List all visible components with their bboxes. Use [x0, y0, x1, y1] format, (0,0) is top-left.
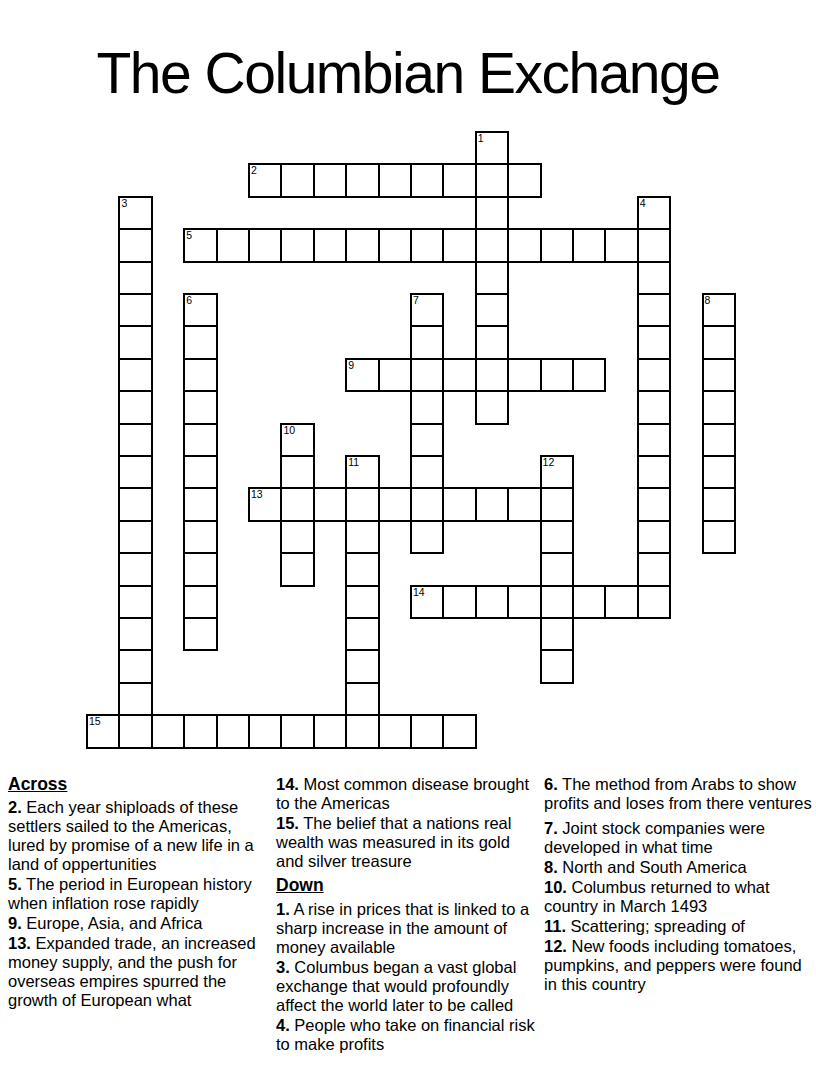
cell-number-2: 2	[251, 165, 257, 176]
grid-cell-r7c9[interactable]	[378, 358, 412, 392]
clue-number: 5.	[8, 875, 22, 893]
grid-cell-r11c10[interactable]	[410, 487, 444, 521]
grid-cell-r18c4[interactable]	[216, 714, 250, 748]
grid-cell-r1c13[interactable]	[507, 163, 541, 197]
grid-cell-r18c3[interactable]	[183, 714, 217, 748]
grid-cell-r10c17[interactable]	[637, 455, 671, 489]
grid-cell-r18c10[interactable]	[410, 714, 444, 748]
clue-number: 6.	[544, 775, 558, 793]
grid-cell-r14c10[interactable]: 14	[410, 585, 444, 619]
clue-text: New foods including tomatoes, pumpkins, …	[544, 937, 802, 993]
clue-text: Joint stock companies were developed in …	[544, 819, 765, 856]
grid-cell-r18c2[interactable]	[151, 714, 185, 748]
grid-cell-r3c9[interactable]	[378, 228, 412, 262]
clue-number: 7.	[544, 819, 558, 837]
grid-cell-r5c12[interactable]	[475, 293, 509, 327]
grid-cell-r13c3[interactable]	[183, 552, 217, 586]
clue-across-9: 9. Europe, Asia, and Africa	[8, 914, 268, 933]
clue-down-8: 8. North and South America	[544, 858, 812, 877]
grid-cell-r18c5[interactable]	[248, 714, 282, 748]
cell-number-7: 7	[413, 295, 419, 306]
grid-cell-r3c6[interactable]	[280, 228, 314, 262]
grid-cell-r10c14[interactable]: 12	[540, 455, 574, 489]
cell-number-14: 14	[413, 587, 425, 598]
grid-cell-r5c19[interactable]: 8	[702, 293, 736, 327]
grid-cell-r17c1[interactable]	[118, 682, 152, 716]
grid-cell-r15c1[interactable]	[118, 617, 152, 651]
grid-cell-r1c9[interactable]	[378, 163, 412, 197]
grid-cell-r7c11[interactable]	[442, 358, 476, 392]
grid-cell-r14c13[interactable]	[507, 585, 541, 619]
grid-cell-r17c8[interactable]	[345, 682, 379, 716]
cell-number-4: 4	[640, 198, 646, 209]
clues-column-middle: 14. Most common disease brought to the A…	[276, 775, 536, 1055]
grid-cell-r12c19[interactable]	[702, 520, 736, 554]
clue-down-7: 7. Joint stock companies were developed …	[544, 819, 812, 857]
grid-cell-r2c17[interactable]: 4	[637, 196, 671, 230]
grid-cell-r12c1[interactable]	[118, 520, 152, 554]
grid-cell-r3c17[interactable]	[637, 228, 671, 262]
grid-cell-r15c8[interactable]	[345, 617, 379, 651]
grid-cell-r14c11[interactable]	[442, 585, 476, 619]
clue-number: 14.	[276, 775, 299, 793]
grid-cell-r9c3[interactable]	[183, 423, 217, 457]
clue-text: The period in European history when infl…	[8, 875, 252, 912]
grid-cell-r18c7[interactable]	[313, 714, 347, 748]
cell-number-1: 1	[478, 133, 484, 144]
clue-down-12: 12. New foods including tomatoes, pumpki…	[544, 937, 812, 994]
grid-cell-r6c12[interactable]	[475, 325, 509, 359]
clue-number: 11.	[544, 917, 566, 935]
grid-cell-r9c6[interactable]: 10	[280, 423, 314, 457]
clues-column-right: 6. The method from Arabs to show profits…	[544, 775, 812, 995]
grid-cell-r12c8[interactable]	[345, 520, 379, 554]
grid-cell-r8c12[interactable]	[475, 390, 509, 424]
grid-cell-r11c19[interactable]	[702, 487, 736, 521]
clue-number: 1.	[276, 900, 290, 918]
clue-number: 8.	[544, 858, 558, 876]
clue-number: 3.	[276, 958, 290, 976]
grid-cell-r8c3[interactable]	[183, 390, 217, 424]
cell-number-5: 5	[186, 230, 192, 241]
clue-down-10: 10. Columbus returned to what country in…	[544, 878, 812, 916]
grid-cell-r1c8[interactable]	[345, 163, 379, 197]
crossword-grid: 123456789101112131415	[86, 131, 735, 748]
grid-cell-r13c8[interactable]	[345, 552, 379, 586]
grid-cell-r3c12[interactable]	[475, 228, 509, 262]
grid-cell-r11c11[interactable]	[442, 487, 476, 521]
grid-cell-r4c1[interactable]	[118, 261, 152, 295]
grid-cell-r14c16[interactable]	[604, 585, 638, 619]
grid-cell-r9c1[interactable]	[118, 423, 152, 457]
clue-text: North and South America	[558, 858, 747, 876]
grid-cell-r3c5[interactable]	[248, 228, 282, 262]
grid-cell-r5c1[interactable]	[118, 293, 152, 327]
grid-cell-r11c17[interactable]	[637, 487, 671, 521]
grid-cell-r18c11[interactable]	[442, 714, 476, 748]
clue-down-4: 4. People who take on financial risk to …	[276, 1016, 536, 1054]
grid-cell-r11c13[interactable]	[507, 487, 541, 521]
grid-cell-r6c10[interactable]	[410, 325, 444, 359]
grid-cell-r18c0[interactable]: 15	[86, 714, 120, 748]
grid-cell-r7c3[interactable]	[183, 358, 217, 392]
grid-cell-r10c10[interactable]	[410, 455, 444, 489]
clue-text: The method from Arabs to show profits an…	[544, 775, 812, 812]
grid-cell-r13c17[interactable]	[637, 552, 671, 586]
grid-cell-r2c1[interactable]: 3	[118, 196, 152, 230]
page-title: The Columbian Exchange	[0, 40, 816, 106]
grid-cell-r14c12[interactable]	[475, 585, 509, 619]
clue-number: 13.	[8, 934, 31, 952]
cell-number-12: 12	[543, 457, 555, 468]
clue-text: Columbus returned to what country in Mar…	[544, 878, 770, 915]
clue-down-11: 11. Scattering; spreading of	[544, 917, 812, 936]
grid-cell-r1c11[interactable]	[442, 163, 476, 197]
grid-cell-r3c13[interactable]	[507, 228, 541, 262]
grid-cell-r7c1[interactable]	[118, 358, 152, 392]
clue-text: A rise in prices that is linked to a sha…	[276, 900, 529, 956]
grid-cell-r3c10[interactable]	[410, 228, 444, 262]
grid-cell-r7c12[interactable]	[475, 358, 509, 392]
grid-cell-r14c8[interactable]	[345, 585, 379, 619]
grid-cell-r18c9[interactable]	[378, 714, 412, 748]
clue-number: 4.	[276, 1016, 290, 1034]
grid-cell-r11c8[interactable]	[345, 487, 379, 521]
down-heading: Down	[276, 876, 536, 895]
grid-cell-r12c14[interactable]	[540, 520, 574, 554]
cell-number-8: 8	[705, 295, 711, 306]
grid-cell-r2c12[interactable]	[475, 196, 509, 230]
grid-cell-r5c3[interactable]: 6	[183, 293, 217, 327]
grid-cell-r13c6[interactable]	[280, 552, 314, 586]
grid-cell-r7c17[interactable]	[637, 358, 671, 392]
grid-cell-r6c1[interactable]	[118, 325, 152, 359]
grid-cell-r8c19[interactable]	[702, 390, 736, 424]
clue-text: The belief that a nations real wealth wa…	[276, 814, 511, 870]
grid-cell-r10c8[interactable]: 11	[345, 455, 379, 489]
grid-cell-r3c1[interactable]	[118, 228, 152, 262]
clue-text: Scattering; spreading of	[566, 917, 745, 935]
grid-cell-r7c10[interactable]	[410, 358, 444, 392]
clue-down-3: 3. Columbus began a vast global exchange…	[276, 958, 536, 1015]
grid-cell-r9c17[interactable]	[637, 423, 671, 457]
cell-number-10: 10	[283, 425, 295, 436]
grid-cell-r4c12[interactable]	[475, 261, 509, 295]
grid-cell-r9c19[interactable]	[702, 423, 736, 457]
grid-cell-r16c14[interactable]	[540, 649, 574, 683]
grid-cell-r1c7[interactable]	[313, 163, 347, 197]
grid-cell-r15c14[interactable]	[540, 617, 574, 651]
grid-cell-r11c3[interactable]	[183, 487, 217, 521]
grid-cell-r14c1[interactable]	[118, 585, 152, 619]
grid-cell-r11c12[interactable]	[475, 487, 509, 521]
clue-across-2: 2. Each year shiploads of these settlers…	[8, 798, 268, 874]
grid-cell-r13c14[interactable]	[540, 552, 574, 586]
grid-cell-r6c3[interactable]	[183, 325, 217, 359]
grid-cell-r3c3[interactable]: 5	[183, 228, 217, 262]
clue-number: 12.	[544, 937, 567, 955]
grid-cell-r14c3[interactable]	[183, 585, 217, 619]
grid-cell-r3c11[interactable]	[442, 228, 476, 262]
grid-cell-r1c10[interactable]	[410, 163, 444, 197]
grid-cell-r11c5[interactable]: 13	[248, 487, 282, 521]
grid-cell-r10c1[interactable]	[118, 455, 152, 489]
grid-cell-r18c6[interactable]	[280, 714, 314, 748]
clue-across-13: 13. Expanded trade, an increased money s…	[8, 934, 268, 1010]
grid-cell-r16c1[interactable]	[118, 649, 152, 683]
grid-cell-r9c10[interactable]	[410, 423, 444, 457]
clue-text: Columbus began a vast global exchange th…	[276, 958, 516, 1014]
grid-cell-r3c16[interactable]	[604, 228, 638, 262]
grid-cell-r1c6[interactable]	[280, 163, 314, 197]
grid-cell-r14c15[interactable]	[572, 585, 606, 619]
clue-across-15: 15. The belief that a nations real wealt…	[276, 814, 536, 871]
cell-number-3: 3	[121, 198, 127, 209]
grid-cell-r8c1[interactable]	[118, 390, 152, 424]
grid-cell-r3c7[interactable]	[313, 228, 347, 262]
clue-text: Most common disease brought to the Ameri…	[276, 775, 529, 812]
clue-text: People who take on financial risk to mak…	[276, 1016, 535, 1053]
clue-across-14: 14. Most common disease brought to the A…	[276, 775, 536, 813]
grid-cell-r14c14[interactable]	[540, 585, 574, 619]
cell-number-11: 11	[348, 457, 359, 468]
grid-cell-r3c15[interactable]	[572, 228, 606, 262]
grid-cell-r7c13[interactable]	[507, 358, 541, 392]
grid-cell-r7c19[interactable]	[702, 358, 736, 392]
grid-cell-r11c14[interactable]	[540, 487, 574, 521]
grid-cell-r12c17[interactable]	[637, 520, 671, 554]
grid-cell-r10c19[interactable]	[702, 455, 736, 489]
grid-cell-r8c17[interactable]	[637, 390, 671, 424]
clues-column-left: Across 2. Each year shiploads of these s…	[8, 775, 268, 1011]
grid-cell-r3c14[interactable]	[540, 228, 574, 262]
clue-down-6: 6. The method from Arabs to show profits…	[544, 775, 812, 813]
clue-text: Expanded trade, an increased money suppl…	[8, 934, 256, 1009]
grid-cell-r18c1[interactable]	[118, 714, 152, 748]
grid-cell-r10c3[interactable]	[183, 455, 217, 489]
cell-number-9: 9	[348, 360, 354, 371]
grid-cell-r11c6[interactable]	[280, 487, 314, 521]
grid-cell-r6c19[interactable]	[702, 325, 736, 359]
cell-number-6: 6	[186, 295, 192, 306]
grid-cell-r13c1[interactable]	[118, 552, 152, 586]
grid-cell-r12c6[interactable]	[280, 520, 314, 554]
grid-cell-r3c4[interactable]	[216, 228, 250, 262]
grid-cell-r12c3[interactable]	[183, 520, 217, 554]
grid-cell-r5c17[interactable]	[637, 293, 671, 327]
clue-number: 15.	[276, 814, 299, 832]
clue-number: 10.	[544, 878, 567, 896]
cell-number-13: 13	[251, 489, 263, 500]
grid-cell-r16c8[interactable]	[345, 649, 379, 683]
grid-cell-r8c10[interactable]	[410, 390, 444, 424]
grid-cell-r7c8[interactable]: 9	[345, 358, 379, 392]
grid-cell-r5c10[interactable]: 7	[410, 293, 444, 327]
grid-cell-r12c10[interactable]	[410, 520, 444, 554]
grid-cell-r7c15[interactable]	[572, 358, 606, 392]
grid-cell-r18c8[interactable]	[345, 714, 379, 748]
grid-cell-r0c12[interactable]: 1	[475, 131, 509, 165]
grid-cell-r1c12[interactable]	[475, 163, 509, 197]
grid-cell-r3c8[interactable]	[345, 228, 379, 262]
grid-cell-r10c6[interactable]	[280, 455, 314, 489]
grid-cell-r15c3[interactable]	[183, 617, 217, 651]
grid-cell-r11c9[interactable]	[378, 487, 412, 521]
clue-text: Each year shiploads of these settlers sa…	[8, 798, 254, 873]
across-heading: Across	[8, 775, 268, 794]
clue-number: 9.	[8, 914, 22, 932]
grid-cell-r14c17[interactable]	[637, 585, 671, 619]
clue-text: Europe, Asia, and Africa	[22, 914, 203, 932]
grid-cell-r11c1[interactable]	[118, 487, 152, 521]
grid-cell-r4c17[interactable]	[637, 261, 671, 295]
cell-number-15: 15	[89, 716, 101, 727]
clue-number: 2.	[8, 798, 22, 816]
clue-across-5: 5. The period in European history when i…	[8, 875, 268, 913]
grid-cell-r1c5[interactable]: 2	[248, 163, 282, 197]
clue-down-1: 1. A rise in prices that is linked to a …	[276, 900, 536, 957]
grid-cell-r7c14[interactable]	[540, 358, 574, 392]
grid-cell-r11c7[interactable]	[313, 487, 347, 521]
grid-cell-r6c17[interactable]	[637, 325, 671, 359]
